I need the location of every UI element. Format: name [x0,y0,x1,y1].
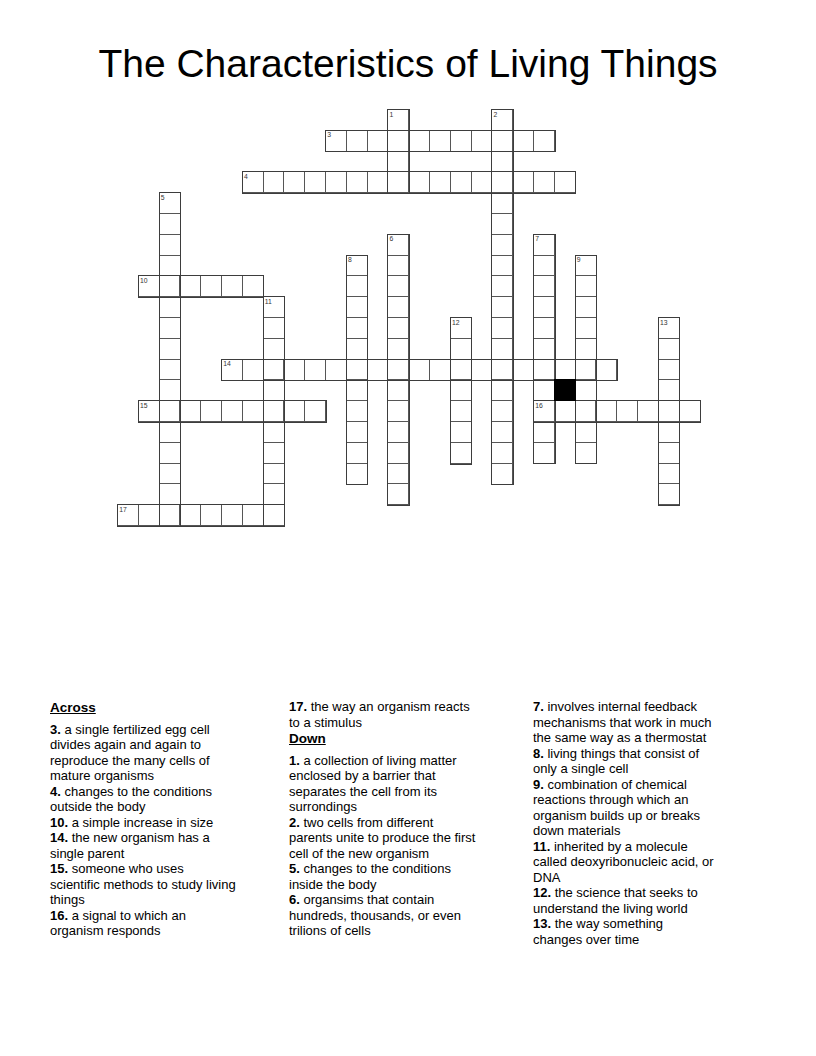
grid-cell[interactable] [221,400,243,422]
clue-number: 4. [50,784,61,799]
grid-cell[interactable] [263,338,285,360]
clue-8: 8. living things that consist of only a … [533,746,766,777]
grid-cell[interactable] [658,421,680,443]
clue-14: 14. the new organism has a single parent [50,830,281,861]
grid-cell[interactable] [159,421,181,443]
grid-cell[interactable] [138,504,160,526]
grid-cell[interactable] [263,296,285,318]
grid-cell[interactable] [658,379,680,401]
clue-5: 5. changes to the conditions inside the … [289,861,525,892]
grid-cell[interactable] [179,504,201,526]
grid-cell[interactable] [159,463,181,485]
clue-2: 2. two cells from different parents unit… [289,815,525,862]
grid-cell[interactable] [491,379,513,401]
grid-cell[interactable] [159,234,181,256]
grid-cell[interactable] [283,400,305,422]
grid-cell[interactable] [346,275,368,297]
grid-cell[interactable] [429,130,451,152]
grid-cell[interactable] [658,442,680,464]
grid-cell[interactable] [263,442,285,464]
grid-cell[interactable] [263,483,285,505]
grid-cell[interactable] [491,171,513,193]
grid-cell[interactable] [533,234,555,256]
clue-7: 7. involves internal feedback mechanisms… [533,699,766,746]
grid-cell[interactable] [367,171,389,193]
grid-cell[interactable] [554,400,576,422]
grid-cell[interactable] [658,400,680,422]
grid-cell[interactable] [387,151,409,173]
grid-cell[interactable] [242,504,264,526]
grid-cell[interactable] [263,379,285,401]
clue-number: 14. [50,830,68,845]
clue-3: 3. a single fertilized egg cell divides … [50,722,281,784]
grid-cell[interactable] [159,275,181,297]
grid-cell[interactable] [387,442,409,464]
grid-cell[interactable] [263,504,285,526]
grid-cell[interactable] [159,296,181,318]
grid-cell[interactable] [491,130,513,152]
grid-cell[interactable] [200,504,222,526]
clue-12: 12. the science that seeks to understand… [533,885,766,916]
grid-cell[interactable] [387,400,409,422]
grid-cell[interactable] [263,171,285,193]
grid-cell[interactable] [658,359,680,381]
grid-cell[interactable] [491,109,513,131]
grid-cell[interactable] [491,151,513,173]
grid-cell[interactable] [491,421,513,443]
grid-cell[interactable] [491,296,513,318]
grid-cell[interactable] [159,483,181,505]
grid-cell[interactable] [658,463,680,485]
grid-cell[interactable] [491,192,513,214]
grid-cell[interactable] [533,255,555,277]
grid-cell[interactable] [637,400,659,422]
clue-number: 8. [533,746,544,761]
grid-cell[interactable] [491,359,513,381]
grid-cell[interactable] [491,255,513,277]
grid-cell[interactable] [346,359,368,381]
grid-cell[interactable] [554,359,576,381]
clue-number: 11. [533,839,550,854]
clue-11: 11. inherited by a molecule called deoxy… [533,839,766,886]
grid-cell[interactable] [387,421,409,443]
grid-cell[interactable] [159,255,181,277]
grid-cell[interactable] [387,130,409,152]
grid-cell[interactable] [429,171,451,193]
grid-cell[interactable] [471,171,493,193]
grid-cell[interactable] [242,275,264,297]
grid-cell[interactable] [450,359,472,381]
grid-cell[interactable] [533,442,555,464]
grid-cell[interactable] [408,359,430,381]
grid-cell[interactable] [575,421,597,443]
clue-number: 6. [289,892,300,907]
grid-cell[interactable] [346,400,368,422]
puzzle-title: The Characteristics of Living Things [0,44,816,85]
grid-cell[interactable] [533,421,555,443]
clue-number: 17. [289,699,307,714]
grid-cell[interactable] [346,255,368,277]
grid-cell[interactable] [575,379,597,401]
grid-cell[interactable] [200,400,222,422]
clue-number: 5. [289,861,300,876]
grid-cell[interactable] [159,442,181,464]
clue-10: 10. a simple increase in size [50,815,281,831]
clues-column: Across3. a single fertilized egg cell di… [50,699,289,939]
grid-cell[interactable] [450,171,472,193]
grid-cell[interactable] [325,171,347,193]
clue-lists: Across3. a single fertilized egg cell di… [50,699,766,947]
grid-cell[interactable] [387,296,409,318]
grid-cell[interactable] [159,400,181,422]
clue-number: 3. [50,722,61,737]
clues-column: 17. the way an organism reacts to a stim… [289,699,533,939]
grid-cell[interactable] [221,359,243,381]
grid-cell[interactable] [491,400,513,422]
grid-cell[interactable] [429,359,451,381]
grid-cell[interactable] [658,317,680,339]
grid-cell[interactable] [533,317,555,339]
grid-cell[interactable] [200,275,222,297]
clue-6: 6. organsims that contain hundreds, thou… [289,892,525,939]
grid-cell[interactable] [159,213,181,235]
grid-cell[interactable] [304,400,326,422]
grid-cell[interactable] [367,359,389,381]
clue-number: 15. [50,861,68,876]
grid-cell[interactable] [491,234,513,256]
grid-cell[interactable] [304,171,326,193]
grid-cell[interactable] [491,213,513,235]
grid-cell[interactable] [450,400,472,422]
grid-cell[interactable] [346,379,368,401]
grid-cell[interactable] [325,359,347,381]
grid-cell[interactable] [658,338,680,360]
grid-cell[interactable] [387,317,409,339]
grid-cell[interactable] [159,317,181,339]
grid-cell-black [554,379,576,401]
clue-number: 9. [533,777,544,792]
grid-cell[interactable] [533,171,555,193]
grid-cell[interactable] [221,275,243,297]
grid-cell[interactable] [179,275,201,297]
grid-cell[interactable] [263,400,285,422]
grid-cell[interactable] [595,400,617,422]
clue-number: 13. [533,916,551,931]
grid-cell[interactable] [179,400,201,422]
clue-15: 15. someone who uses scientific methods … [50,861,281,908]
grid-cell[interactable] [346,338,368,360]
grid-cell[interactable] [533,130,555,152]
grid-cell[interactable] [263,463,285,485]
grid-cell[interactable] [512,359,534,381]
grid-cell[interactable] [159,192,181,214]
grid-cell[interactable] [554,171,576,193]
grid-cell[interactable] [408,130,430,152]
grid-cell[interactable] [263,421,285,443]
grid-cell[interactable] [533,296,555,318]
grid-cell[interactable] [408,171,430,193]
grid-cell[interactable] [471,130,493,152]
grid-cell[interactable] [242,171,264,193]
grid-cell[interactable] [533,275,555,297]
clue-1: 1. a collection of living matter enclose… [289,753,525,815]
grid-cell[interactable] [159,504,181,526]
grid-cell[interactable] [387,483,409,505]
clue-heading-down: Down [289,731,525,747]
grid-cell[interactable] [471,359,493,381]
grid-cell[interactable] [533,400,555,422]
grid-cell[interactable] [159,379,181,401]
grid-cell[interactable] [575,359,597,381]
clue-number: 1. [289,753,300,768]
grid-cell[interactable] [242,400,264,422]
grid-cell[interactable] [491,463,513,485]
clue-9: 9. combination of chemical reactions thr… [533,777,766,839]
grid-cell[interactable] [450,442,472,464]
grid-cell[interactable] [450,130,472,152]
grid-cell[interactable] [575,317,597,339]
grid-cell[interactable] [491,338,513,360]
grid-cell[interactable] [387,275,409,297]
grid-cell[interactable] [387,234,409,256]
grid-cell[interactable] [533,359,555,381]
clue-number: 2. [289,815,300,830]
grid-cell[interactable] [533,379,555,401]
grid-cell[interactable] [387,338,409,360]
grid-cell[interactable] [387,359,409,381]
clue-number: 10. [50,815,68,830]
grid-cell[interactable] [575,442,597,464]
grid-cell[interactable] [159,359,181,381]
grid-cell[interactable] [263,359,285,381]
grid-cell[interactable] [304,359,326,381]
grid-cell[interactable] [450,379,472,401]
grid-cell[interactable] [450,317,472,339]
grid-cell[interactable] [387,463,409,485]
grid-cell[interactable] [346,171,368,193]
grid-cell[interactable] [387,171,409,193]
grid-cell[interactable] [387,255,409,277]
grid-cell[interactable] [367,130,389,152]
grid-cell[interactable] [283,359,305,381]
grid-cell[interactable] [512,130,534,152]
clue-number: 16. [50,908,68,923]
grid-cell[interactable] [325,130,347,152]
grid-cell[interactable] [159,338,181,360]
grid-cell[interactable] [263,317,285,339]
grid-cell[interactable] [387,379,409,401]
grid-cell[interactable] [491,317,513,339]
grid-cell[interactable] [491,275,513,297]
grid-cell[interactable] [346,317,368,339]
grid-cell[interactable] [117,504,139,526]
grid-cell[interactable] [575,400,597,422]
grid-cell[interactable] [346,296,368,318]
grid-cell[interactable] [242,359,264,381]
grid-cell[interactable] [575,255,597,277]
grid-cell[interactable] [346,442,368,464]
grid-cell[interactable] [346,421,368,443]
clue-heading-across: Across [50,700,281,716]
grid-cell[interactable] [616,400,638,422]
grid-cell[interactable] [138,275,160,297]
clue-13: 13. the way something changes over time [533,916,766,947]
clue-number: 7. [533,699,544,714]
clue-number: 12. [533,885,551,900]
clue-4: 4. changes to the conditions outside the… [50,784,281,815]
grid-cell[interactable] [450,338,472,360]
grid-cell[interactable] [283,171,305,193]
grid-cell[interactable] [595,359,617,381]
grid-cell[interactable] [512,171,534,193]
grid-cell[interactable] [450,421,472,443]
clue-17: 17. the way an organism reacts to a stim… [289,699,525,730]
grid-cell[interactable] [575,296,597,318]
grid-cell[interactable] [575,338,597,360]
crossword-grid: 1234567891011121314151617 [117,109,700,525]
grid-cell[interactable] [679,400,701,422]
clue-16: 16. a signal to which an organism respon… [50,908,281,939]
grid-cell[interactable] [658,483,680,505]
grid-cell[interactable] [387,109,409,131]
worksheet-page: The Characteristics of Living Things 123… [0,0,816,1056]
clues-column: 7. involves internal feedback mechanisms… [533,699,766,947]
grid-cell[interactable] [575,275,597,297]
grid-cell[interactable] [346,463,368,485]
grid-cell[interactable] [533,338,555,360]
grid-cell[interactable] [491,442,513,464]
grid-cell[interactable] [221,504,243,526]
grid-cell[interactable] [346,130,368,152]
grid-cell[interactable] [138,400,160,422]
